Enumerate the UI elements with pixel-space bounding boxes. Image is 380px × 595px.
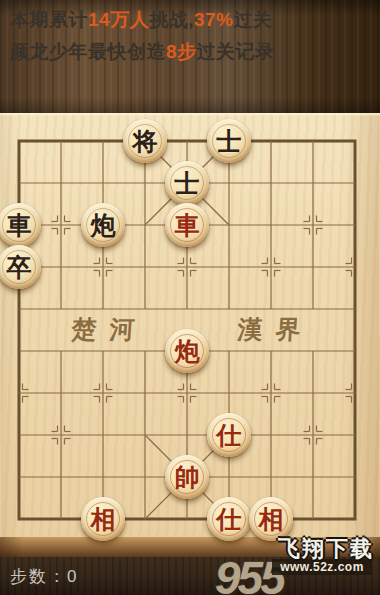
- piece-black-将[interactable]: 将: [123, 119, 167, 163]
- record-steps: 8步: [166, 41, 197, 62]
- record-text: 颜龙少年最快创造: [10, 41, 166, 62]
- piece-red-仕[interactable]: 仕: [207, 413, 251, 457]
- record-text: 过关记录: [197, 41, 275, 62]
- piece-black-士[interactable]: 士: [165, 161, 209, 205]
- piece-glyph: 車: [7, 213, 32, 238]
- piece-black-炮[interactable]: 炮: [81, 203, 125, 247]
- piece-glyph: 相: [259, 507, 284, 532]
- piece-glyph: 炮: [91, 213, 116, 238]
- piece-black-士[interactable]: 士: [207, 119, 251, 163]
- stats-line-1: 本期累计14万人挑战,37%过关: [10, 7, 272, 33]
- piece-glyph: 車: [175, 213, 200, 238]
- piece-red-相[interactable]: 相: [81, 497, 125, 541]
- step-counter: 步数：0: [10, 565, 78, 588]
- piece-red-仕[interactable]: 仕: [207, 497, 251, 541]
- stats-participants: 14万人: [88, 9, 149, 30]
- stats-text: 过关: [233, 9, 272, 30]
- watermark-site-name: 飞翔下载: [278, 534, 374, 564]
- piece-glyph: 相: [91, 507, 116, 532]
- stats-line-2: 颜龙少年最快创造8步过关记录: [10, 39, 275, 65]
- xiangqi-board[interactable]: 楚河 漢界 将士士車炮車卒炮仕帥相仕相: [0, 113, 380, 537]
- site-watermark: 955 飞翔下载 www.52z.com: [215, 540, 380, 595]
- river-label-han-jie: 漢界: [223, 313, 315, 346]
- piece-glyph: 炮: [175, 339, 200, 364]
- piece-glyph: 士: [217, 129, 242, 154]
- challenge-stats-banner: 本期累计14万人挑战,37%过关 颜龙少年最快创造8步过关记录: [0, 0, 380, 115]
- xiangqi-app-screen: 本期累计14万人挑战,37%过关 颜龙少年最快创造8步过关记录 楚河 漢界 将士…: [0, 0, 380, 595]
- piece-glyph: 帥: [175, 465, 200, 490]
- piece-glyph: 卒: [7, 255, 32, 280]
- piece-red-車[interactable]: 車: [165, 203, 209, 247]
- stats-text: 挑战,: [149, 9, 194, 30]
- piece-red-帥[interactable]: 帥: [165, 455, 209, 499]
- river-label-chu-he: 楚河: [57, 313, 149, 346]
- piece-glyph: 仕: [217, 423, 242, 448]
- piece-glyph: 仕: [217, 507, 242, 532]
- stats-pass-rate: 37%: [194, 9, 234, 30]
- piece-glyph: 将: [133, 129, 158, 154]
- piece-red-炮[interactable]: 炮: [165, 329, 209, 373]
- stats-text: 本期累计: [10, 9, 88, 30]
- piece-glyph: 士: [175, 171, 200, 196]
